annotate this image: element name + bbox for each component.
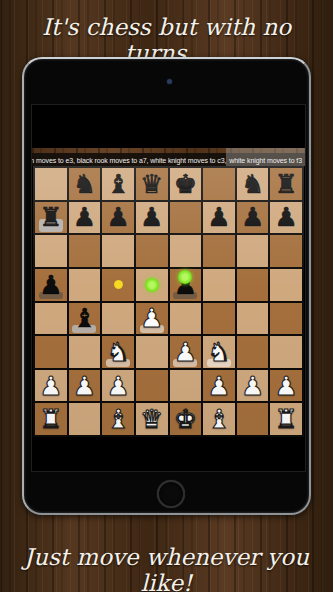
white-king-piece: ♚: [174, 406, 197, 432]
square-a4[interactable]: [35, 303, 67, 335]
square-h3[interactable]: [270, 336, 302, 368]
square-b6[interactable]: [69, 235, 101, 267]
black-knight-piece: ♞: [73, 171, 96, 197]
black-rook-piece: ♜: [275, 171, 298, 197]
square-f8[interactable]: [203, 168, 235, 200]
square-e3[interactable]: ♟: [170, 336, 202, 368]
square-g4[interactable]: [237, 303, 269, 335]
square-f4[interactable]: [203, 303, 235, 335]
square-b7[interactable]: ♟: [69, 202, 101, 234]
square-d2[interactable]: [136, 370, 168, 402]
square-h5[interactable]: [270, 269, 302, 301]
black-pawn-piece: ♟: [140, 204, 163, 230]
black-pawn-piece: ♟: [275, 204, 298, 230]
square-a8[interactable]: [35, 168, 67, 200]
square-b3[interactable]: [69, 336, 101, 368]
black-pawn-piece: ♟: [73, 204, 96, 230]
square-f1[interactable]: ♝: [203, 403, 235, 435]
black-pawn-piece: ♟: [241, 204, 264, 230]
white-rook-piece: ♜: [275, 406, 298, 432]
square-e4[interactable]: [170, 303, 202, 335]
tablet-screen: te pawn moves to e3, black rook moves to…: [31, 104, 306, 472]
square-d5[interactable]: [136, 269, 168, 301]
move-log-older-text: te pawn moves to e3, black rook moves to…: [32, 157, 226, 166]
square-h4[interactable]: [270, 303, 302, 335]
tablet-frame: te pawn moves to e3, black rook moves to…: [22, 57, 311, 515]
square-c6[interactable]: [102, 235, 134, 267]
piece-base-shadow: [72, 325, 96, 333]
square-a6[interactable]: [35, 235, 67, 267]
square-d4[interactable]: ♟: [136, 303, 168, 335]
black-knight-piece: ♞: [241, 171, 264, 197]
square-e2[interactable]: [170, 370, 202, 402]
square-c5[interactable]: [102, 269, 134, 301]
square-a7[interactable]: ♜: [35, 202, 67, 234]
square-a2[interactable]: ♟: [35, 370, 67, 402]
piece-base-shadow: [106, 359, 130, 367]
square-d6[interactable]: [136, 235, 168, 267]
square-g1[interactable]: [237, 403, 269, 435]
square-f5[interactable]: [203, 269, 235, 301]
square-h8[interactable]: ♜: [270, 168, 302, 200]
wood-background: { "captions": { "top": "It's chess but w…: [0, 0, 333, 592]
square-g7[interactable]: ♟: [237, 202, 269, 234]
square-b2[interactable]: ♟: [69, 370, 101, 402]
black-queen-piece: ♛: [140, 171, 163, 197]
square-d3[interactable]: [136, 336, 168, 368]
square-e6[interactable]: [170, 235, 202, 267]
piece-base-shadow: [173, 292, 197, 300]
piece-base-shadow: [39, 219, 63, 232]
white-pawn-piece: ♟: [275, 373, 298, 399]
white-pawn-piece: ♟: [73, 373, 96, 399]
bottom-caption: Just move whenever you like!: [0, 544, 333, 592]
move-indicator-dot-move[interactable]: [145, 278, 159, 292]
square-c8[interactable]: ♝: [102, 168, 134, 200]
move-indicator-dot-small[interactable]: [114, 280, 123, 289]
square-d7[interactable]: ♟: [136, 202, 168, 234]
white-pawn-piece: ♟: [39, 373, 62, 399]
square-c3[interactable]: ♞: [102, 336, 134, 368]
square-c1[interactable]: ♝: [102, 403, 134, 435]
square-e8[interactable]: ♚: [170, 168, 202, 200]
square-d1[interactable]: ♛: [136, 403, 168, 435]
square-b1[interactable]: [69, 403, 101, 435]
square-b4[interactable]: ♝: [69, 303, 101, 335]
square-f7[interactable]: ♟: [203, 202, 235, 234]
black-bishop-piece: ♝: [106, 171, 129, 197]
square-c7[interactable]: ♟: [102, 202, 134, 234]
piece-base-shadow: [39, 292, 63, 300]
square-e7[interactable]: [170, 202, 202, 234]
move-log-bar: te pawn moves to e3, black rook moves to…: [32, 148, 305, 166]
black-pawn-piece: ♟: [207, 204, 230, 230]
square-b8[interactable]: ♞: [69, 168, 101, 200]
black-pawn-piece: ♟: [106, 204, 129, 230]
square-h6[interactable]: [270, 235, 302, 267]
home-button[interactable]: [157, 480, 185, 508]
square-f2[interactable]: ♟: [203, 370, 235, 402]
white-queen-piece: ♛: [140, 406, 163, 432]
square-h2[interactable]: ♟: [270, 370, 302, 402]
piece-base-shadow: [140, 325, 164, 333]
white-pawn-piece: ♟: [207, 373, 230, 399]
square-g6[interactable]: [237, 235, 269, 267]
move-log-latest-text: white knight moves to f3: [226, 148, 305, 166]
square-a5[interactable]: ♟: [35, 269, 67, 301]
square-b5[interactable]: [69, 269, 101, 301]
piece-base-shadow: [173, 359, 197, 367]
square-a3[interactable]: [35, 336, 67, 368]
white-pawn-piece: ♟: [106, 373, 129, 399]
black-king-piece: ♚: [174, 171, 197, 197]
square-h7[interactable]: ♟: [270, 202, 302, 234]
square-g3[interactable]: [237, 336, 269, 368]
square-e5[interactable]: ♟: [170, 269, 202, 301]
square-d8[interactable]: ♛: [136, 168, 168, 200]
square-f6[interactable]: [203, 235, 235, 267]
square-g2[interactable]: ♟: [237, 370, 269, 402]
square-g8[interactable]: ♞: [237, 168, 269, 200]
white-bishop-piece: ♝: [106, 406, 129, 432]
square-a1[interactable]: ♜: [35, 403, 67, 435]
square-g5[interactable]: [237, 269, 269, 301]
square-f3[interactable]: ♞: [203, 336, 235, 368]
square-e1[interactable]: ♚: [170, 403, 202, 435]
piece-base-shadow: [207, 359, 231, 367]
white-bishop-piece: ♝: [207, 406, 230, 432]
move-indicator-dot-capture[interactable]: [178, 270, 192, 284]
white-pawn-piece: ♟: [241, 373, 264, 399]
camera-icon: [167, 79, 172, 84]
chess-board: ♞♝♛♚♞♜♜♟♟♟♟♟♟♟♟♝♟♞♟♞♟♟♟♟♟♟♜♝♛♚♝♜: [33, 166, 304, 437]
square-h1[interactable]: ♜: [270, 403, 302, 435]
square-c4[interactable]: [102, 303, 134, 335]
white-rook-piece: ♜: [39, 406, 62, 432]
move-log-text: te pawn moves to e3, black rook moves to…: [32, 148, 305, 166]
square-c2[interactable]: ♟: [102, 370, 134, 402]
